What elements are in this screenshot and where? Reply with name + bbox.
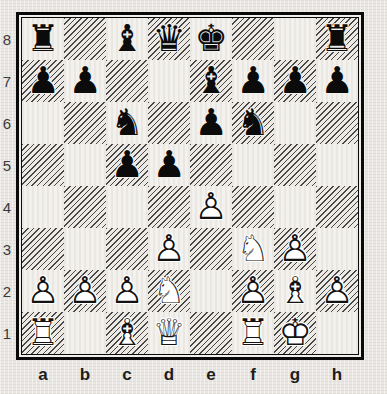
white-bishop: ♝♗ (274, 270, 316, 312)
white-king: ♚♔ (274, 312, 316, 354)
white-knight: ♞♘ (232, 228, 274, 270)
square-a3[interactable] (22, 228, 64, 270)
square-a8[interactable]: ♜ (22, 18, 64, 60)
file-labels: abcdefgh (22, 362, 358, 390)
file-label-a: a (22, 362, 64, 390)
square-a5[interactable] (22, 144, 64, 186)
square-g4[interactable] (274, 186, 316, 228)
square-h1[interactable] (316, 312, 358, 354)
square-a4[interactable] (22, 186, 64, 228)
square-e4[interactable]: ♟♙ (190, 186, 232, 228)
black-bishop: ♝ (190, 60, 232, 102)
black-queen: ♛ (148, 18, 190, 60)
white-pawn: ♟♙ (106, 270, 148, 312)
square-d8[interactable]: ♛ (148, 18, 190, 60)
square-e5[interactable] (190, 144, 232, 186)
white-bishop-outline-layer: ♗ (274, 270, 316, 312)
square-h6[interactable] (316, 102, 358, 144)
square-b1[interactable] (64, 312, 106, 354)
white-knight-outline-layer: ♘ (232, 228, 274, 270)
square-g6[interactable] (274, 102, 316, 144)
black-pawn: ♟ (22, 60, 64, 102)
white-queen-outline-layer: ♕ (148, 312, 190, 354)
square-b5[interactable] (64, 144, 106, 186)
file-label-d: d (148, 362, 190, 390)
rank-label-1: 1 (0, 312, 14, 354)
white-rook: ♜♖ (232, 312, 274, 354)
white-pawn: ♟♙ (64, 270, 106, 312)
square-f7[interactable]: ♟ (232, 60, 274, 102)
square-c6[interactable]: ♞ (106, 102, 148, 144)
black-knight: ♞ (232, 102, 274, 144)
square-d5[interactable]: ♟ (148, 144, 190, 186)
black-pawn: ♟ (274, 60, 316, 102)
rank-labels: 87654321 (0, 18, 14, 354)
square-d4[interactable] (148, 186, 190, 228)
white-pawn-outline-layer: ♙ (316, 270, 358, 312)
file-label-c: c (106, 362, 148, 390)
square-d3[interactable]: ♟♙ (148, 228, 190, 270)
square-d1[interactable]: ♛♕ (148, 312, 190, 354)
chess-diagram: 87654321 ♜♝♛♚♜♟♟♝♟♟♟♞♟♞♟♟♟♙♟♙♞♘♟♙♟♙♟♙♟♙♞… (0, 0, 387, 394)
white-rook-outline-layer: ♖ (232, 312, 274, 354)
square-f6[interactable]: ♞ (232, 102, 274, 144)
white-pawn-outline-layer: ♙ (232, 270, 274, 312)
white-rook-outline-layer: ♖ (22, 312, 64, 354)
square-c3[interactable] (106, 228, 148, 270)
white-queen: ♛♕ (148, 312, 190, 354)
black-pawn: ♟ (232, 60, 274, 102)
white-knight-outline-layer: ♘ (148, 270, 190, 312)
white-bishop: ♝♗ (106, 312, 148, 354)
black-king: ♚ (190, 18, 232, 60)
white-pawn: ♟♙ (232, 270, 274, 312)
black-pawn: ♟ (316, 60, 358, 102)
square-a7[interactable]: ♟ (22, 60, 64, 102)
black-rook: ♜ (316, 18, 358, 60)
square-d6[interactable] (148, 102, 190, 144)
rank-label-3: 3 (0, 228, 14, 270)
white-pawn-outline-layer: ♙ (106, 270, 148, 312)
square-h8[interactable]: ♜ (316, 18, 358, 60)
white-rook: ♜♖ (22, 312, 64, 354)
square-f3[interactable]: ♞♘ (232, 228, 274, 270)
square-b3[interactable] (64, 228, 106, 270)
square-b8[interactable] (64, 18, 106, 60)
rank-label-2: 2 (0, 270, 14, 312)
rank-label-5: 5 (0, 144, 14, 186)
chess-board: ♜♝♛♚♜♟♟♝♟♟♟♞♟♞♟♟♟♙♟♙♞♘♟♙♟♙♟♙♟♙♞♘♟♙♝♗♟♙♜♖… (22, 18, 358, 354)
white-bishop-outline-layer: ♗ (106, 312, 148, 354)
square-g1[interactable]: ♚♔ (274, 312, 316, 354)
square-a6[interactable] (22, 102, 64, 144)
square-b6[interactable] (64, 102, 106, 144)
rank-label-6: 6 (0, 102, 14, 144)
rank-label-4: 4 (0, 186, 14, 228)
black-pawn: ♟ (64, 60, 106, 102)
square-f4[interactable] (232, 186, 274, 228)
square-c7[interactable] (106, 60, 148, 102)
square-b7[interactable]: ♟ (64, 60, 106, 102)
square-c5[interactable]: ♟ (106, 144, 148, 186)
square-e1[interactable] (190, 312, 232, 354)
board-inner-border: ♜♝♛♚♜♟♟♝♟♟♟♞♟♞♟♟♟♙♟♙♞♘♟♙♟♙♟♙♟♙♞♘♟♙♝♗♟♙♜♖… (21, 17, 359, 355)
square-g5[interactable] (274, 144, 316, 186)
file-label-f: f (232, 362, 274, 390)
square-a2[interactable]: ♟♙ (22, 270, 64, 312)
square-e2[interactable] (190, 270, 232, 312)
rank-label-7: 7 (0, 60, 14, 102)
square-c1[interactable]: ♝♗ (106, 312, 148, 354)
square-g3[interactable]: ♟♙ (274, 228, 316, 270)
file-label-h: h (316, 362, 358, 390)
white-pawn-outline-layer: ♙ (64, 270, 106, 312)
black-knight: ♞ (106, 102, 148, 144)
file-label-b: b (64, 362, 106, 390)
square-f2[interactable]: ♟♙ (232, 270, 274, 312)
white-pawn-outline-layer: ♙ (274, 228, 316, 270)
white-pawn-outline-layer: ♙ (22, 270, 64, 312)
square-e7[interactable]: ♝ (190, 60, 232, 102)
square-g7[interactable]: ♟ (274, 60, 316, 102)
square-f5[interactable] (232, 144, 274, 186)
square-c4[interactable] (106, 186, 148, 228)
square-h5[interactable] (316, 144, 358, 186)
rank-label-8: 8 (0, 18, 14, 60)
square-h2[interactable]: ♟♙ (316, 270, 358, 312)
white-pawn: ♟♙ (316, 270, 358, 312)
file-label-e: e (190, 362, 232, 390)
square-d2[interactable]: ♞♘ (148, 270, 190, 312)
square-b4[interactable] (64, 186, 106, 228)
square-h4[interactable] (316, 186, 358, 228)
square-b2[interactable]: ♟♙ (64, 270, 106, 312)
square-g8[interactable] (274, 18, 316, 60)
square-c2[interactable]: ♟♙ (106, 270, 148, 312)
black-pawn: ♟ (190, 102, 232, 144)
black-pawn: ♟ (106, 144, 148, 186)
white-pawn: ♟♙ (148, 228, 190, 270)
white-pawn: ♟♙ (190, 186, 232, 228)
square-a1[interactable]: ♜♖ (22, 312, 64, 354)
square-f1[interactable]: ♜♖ (232, 312, 274, 354)
white-pawn: ♟♙ (22, 270, 64, 312)
black-bishop: ♝ (106, 18, 148, 60)
board-frame: ♜♝♛♚♜♟♟♝♟♟♟♞♟♞♟♟♟♙♟♙♞♘♟♙♟♙♟♙♟♙♞♘♟♙♝♗♟♙♜♖… (16, 12, 364, 360)
square-c8[interactable]: ♝ (106, 18, 148, 60)
white-pawn-outline-layer: ♙ (148, 228, 190, 270)
black-pawn: ♟ (148, 144, 190, 186)
square-h3[interactable] (316, 228, 358, 270)
white-pawn-outline-layer: ♙ (190, 186, 232, 228)
square-e3[interactable] (190, 228, 232, 270)
square-f8[interactable] (232, 18, 274, 60)
square-g2[interactable]: ♝♗ (274, 270, 316, 312)
white-king-outline-layer: ♔ (274, 312, 316, 354)
white-knight: ♞♘ (148, 270, 190, 312)
white-pawn: ♟♙ (274, 228, 316, 270)
file-label-g: g (274, 362, 316, 390)
square-d7[interactable] (148, 60, 190, 102)
square-e6[interactable]: ♟ (190, 102, 232, 144)
square-e8[interactable]: ♚ (190, 18, 232, 60)
black-rook: ♜ (22, 18, 64, 60)
square-h7[interactable]: ♟ (316, 60, 358, 102)
